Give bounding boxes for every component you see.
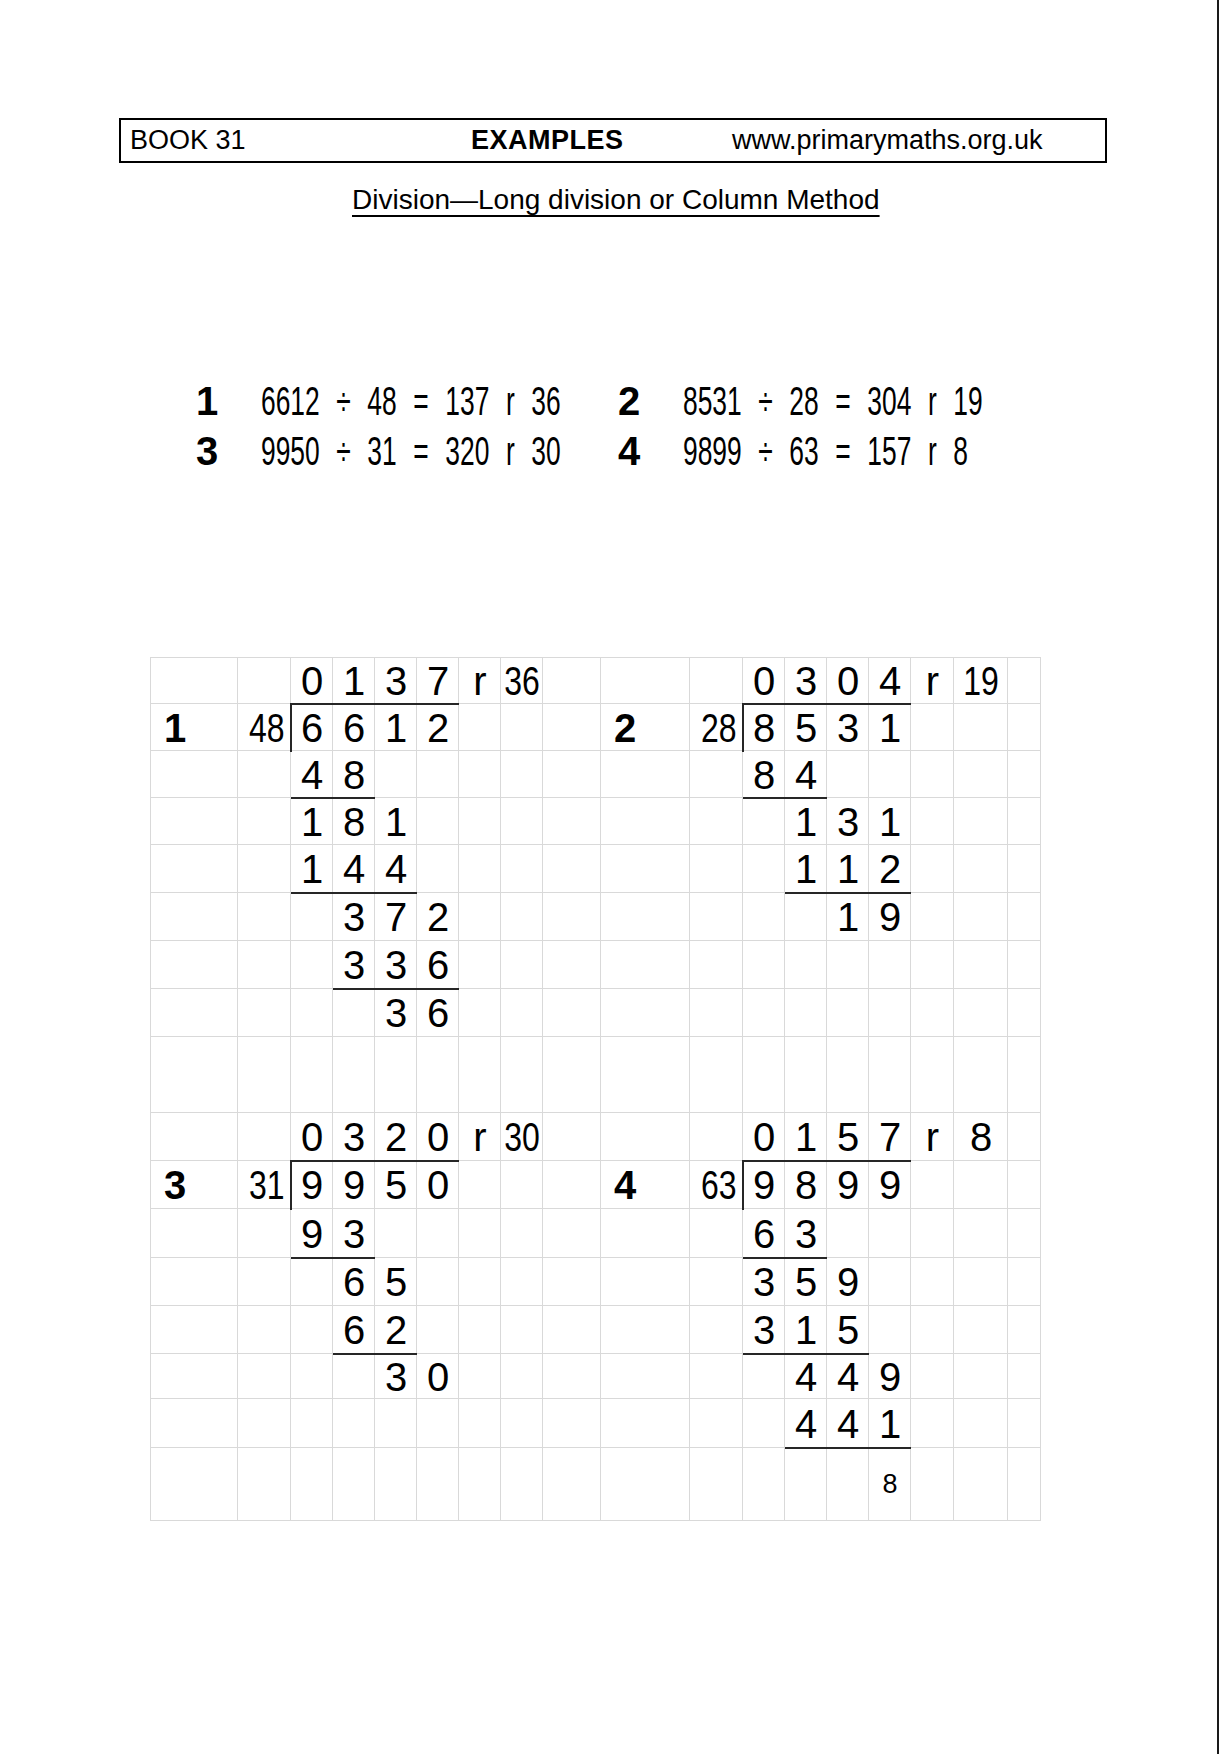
digit-cell: 0 (743, 1113, 785, 1161)
digit-cell: 5 (785, 1258, 827, 1306)
grid-cell (501, 1209, 543, 1258)
grid-cell (459, 704, 501, 751)
division-grid: 0137r360304r1914866122288531488418113114… (150, 657, 1041, 1521)
digit-cell: 0 (417, 1354, 459, 1399)
problem-list-row-2: 3 9950 ÷ 31 = 320 r 30 4 9899 ÷ 63 = 157… (0, 431, 1226, 471)
grid-cell (543, 1209, 601, 1258)
grid-cell (543, 1161, 601, 1209)
digit-cell: 0 (291, 658, 333, 704)
grid-cell (954, 1306, 1008, 1354)
digit-cell: r (459, 658, 501, 704)
grid-cell (333, 1037, 375, 1113)
grid-cell (911, 1037, 954, 1113)
grid-cell (501, 1399, 543, 1448)
digit-cell: 3 (785, 1209, 827, 1258)
digit-cell: 3 (375, 989, 417, 1037)
grid-cell (291, 1258, 333, 1306)
grid-cell (601, 845, 690, 893)
grid-cell (869, 1209, 911, 1258)
digit-cell: 3 (375, 1354, 417, 1399)
digit-cell: 3 (743, 1306, 785, 1354)
grid-cell (601, 1448, 690, 1521)
grid-cell (911, 1399, 954, 1448)
digit-cell: 1 (785, 1306, 827, 1354)
grid-cell (501, 1448, 543, 1521)
grid-cell (954, 751, 1008, 798)
grid-cell (743, 941, 785, 989)
grid-cell (911, 845, 954, 893)
grid-cell (954, 1161, 1008, 1209)
grid-cell (543, 1399, 601, 1448)
digit-cell: 4 (785, 751, 827, 798)
grid-cell (291, 1037, 333, 1113)
grid-cell (151, 1354, 238, 1399)
grid-cell (690, 989, 743, 1037)
digit-cell: 5 (375, 1161, 417, 1209)
grid-cell (601, 941, 690, 989)
digit-cell: r (911, 1113, 954, 1161)
grid-cell (151, 1399, 238, 1448)
grid-cell (238, 1037, 291, 1113)
grid-cell (690, 845, 743, 893)
grid-cell (291, 1448, 333, 1521)
grid-cell (911, 1354, 954, 1399)
grid-cell (543, 989, 601, 1037)
problem-number: 3 (196, 431, 218, 471)
digit-cell: 7 (375, 893, 417, 941)
digit-cell: 1 (869, 798, 911, 845)
problem-number-cell: 4 (601, 1161, 690, 1209)
grid-cell (1008, 1306, 1041, 1354)
digit-cell: 8 (954, 1113, 1008, 1161)
grid-cell (690, 1306, 743, 1354)
grid-cell (785, 1448, 827, 1521)
grid-cell (333, 1354, 375, 1399)
digit-cell: 0 (291, 1113, 333, 1161)
problem-expression: 9899 ÷ 63 = 157 r 8 (683, 431, 968, 471)
grid-cell (1008, 989, 1041, 1037)
digit-cell: 6 (291, 704, 333, 751)
grid-cell (238, 798, 291, 845)
digit-cell: 0 (827, 658, 869, 704)
grid-cell (954, 989, 1008, 1037)
grid-cell (459, 798, 501, 845)
digit-cell: 6 (333, 1306, 375, 1354)
grid-cell (1008, 798, 1041, 845)
grid-cell (1008, 1161, 1041, 1209)
problem-expression: 8531 ÷ 28 = 304 r 19 (683, 381, 983, 421)
digit-cell: 9 (869, 893, 911, 941)
grid-cell (827, 1037, 869, 1113)
grid-cell (501, 751, 543, 798)
grid-cell (375, 1399, 417, 1448)
grid-cell (459, 1399, 501, 1448)
problem-number-cell: 3 (151, 1161, 238, 1209)
grid-cell (501, 1037, 543, 1113)
worksheet-page: { "game": "long division worksheet (colu… (0, 0, 1226, 1754)
grid-cell (1008, 941, 1041, 989)
grid-cell (459, 893, 501, 941)
grid-cell (869, 989, 911, 1037)
grid-cell (869, 941, 911, 989)
examples-label: EXAMPLES (471, 120, 624, 161)
digit-cell: 8 (333, 798, 375, 845)
grid-cell (375, 1448, 417, 1521)
digit-cell: 8 (869, 1448, 911, 1521)
grid-cell (690, 1209, 743, 1258)
grid-cell (501, 845, 543, 893)
grid-cell (291, 989, 333, 1037)
grid-cell (238, 941, 291, 989)
grid-cell (690, 941, 743, 989)
digit-cell: 1 (869, 1399, 911, 1448)
grid-cell (459, 1037, 501, 1113)
grid-cell (151, 941, 238, 989)
grid-cell (501, 941, 543, 989)
digit-cell: 4 (291, 751, 333, 798)
grid-cell (690, 798, 743, 845)
digit-cell: 1 (375, 704, 417, 751)
digit-cell: 0 (743, 658, 785, 704)
grid-cell (151, 893, 238, 941)
grid-cell (459, 1209, 501, 1258)
grid-cell (291, 941, 333, 989)
grid-cell (743, 1399, 785, 1448)
grid-cell (911, 941, 954, 989)
digit-cell: 6 (333, 1258, 375, 1306)
digit-cell: 6 (333, 704, 375, 751)
grid-cell (459, 1258, 501, 1306)
grid-cell (954, 1209, 1008, 1258)
digit-cell: 4 (785, 1354, 827, 1399)
grid-cell (417, 751, 459, 798)
grid-cell (785, 989, 827, 1037)
divisor-cell: 31 (249, 1161, 291, 1209)
grid-cell (601, 1037, 690, 1113)
digit-cell: 1 (827, 893, 869, 941)
digit-cell: 6 (743, 1209, 785, 1258)
grid-cell (459, 941, 501, 989)
grid-cell (151, 658, 238, 704)
grid-cell (690, 658, 743, 704)
book-label: BOOK 31 (130, 120, 246, 161)
digit-cell: 1 (291, 798, 333, 845)
digit-cell: 4 (827, 1354, 869, 1399)
grid-cell (417, 1258, 459, 1306)
grid-cell (911, 989, 954, 1037)
grid-cell (543, 1037, 601, 1113)
grid-cell (601, 1306, 690, 1354)
divisor-cell: 28 (701, 704, 743, 751)
grid-cell (238, 1306, 291, 1354)
grid-cell (1008, 1354, 1041, 1399)
grid-cell (375, 751, 417, 798)
grid-cell (417, 845, 459, 893)
digit-cell: 8 (743, 704, 785, 751)
grid-cell (869, 1258, 911, 1306)
grid-cell (501, 893, 543, 941)
problem-expression: 6612 ÷ 48 = 137 r 36 (261, 381, 561, 421)
grid-cell (238, 1354, 291, 1399)
grid-cell (1008, 1448, 1041, 1521)
digit-cell: 3 (743, 1258, 785, 1306)
grid-cell (911, 893, 954, 941)
digit-cell: 1 (291, 845, 333, 893)
grid-cell (743, 893, 785, 941)
digit-cell: 0 (417, 1113, 459, 1161)
grid-cell (785, 1037, 827, 1113)
grid-cell (459, 989, 501, 1037)
problem-number: 1 (196, 381, 218, 421)
grid-cell (375, 1037, 417, 1113)
grid-cell (501, 704, 543, 751)
grid-cell (601, 798, 690, 845)
grid-cell (238, 845, 291, 893)
digit-cell: 3 (333, 1113, 375, 1161)
grid-cell (911, 751, 954, 798)
grid-cell (543, 1258, 601, 1306)
digit-cell: 9 (869, 1161, 911, 1209)
grid-cell (690, 751, 743, 798)
grid-cell (238, 989, 291, 1037)
grid-cell (459, 1448, 501, 1521)
grid-cell (911, 704, 954, 751)
grid-cell (911, 1258, 954, 1306)
digit-cell: 1 (333, 658, 375, 704)
grid-cell (543, 751, 601, 798)
grid-cell (743, 989, 785, 1037)
grid-cell (690, 1399, 743, 1448)
grid-cell (1008, 1209, 1041, 1258)
grid-cell (543, 658, 601, 704)
digit-cell: 9 (291, 1209, 333, 1258)
grid-cell (333, 1399, 375, 1448)
grid-cell (459, 1354, 501, 1399)
digit-cell: 4 (375, 845, 417, 893)
grid-cell (543, 1354, 601, 1399)
digit-cell: 4 (827, 1399, 869, 1448)
digit-cell: 2 (375, 1306, 417, 1354)
digit-cell: 2 (417, 704, 459, 751)
digit-cell: 1 (785, 1113, 827, 1161)
grid-cell (543, 1448, 601, 1521)
problem-number: 2 (618, 381, 640, 421)
grid-cell (954, 845, 1008, 893)
digit-cell: 3 (375, 941, 417, 989)
digit-cell: r (911, 658, 954, 704)
grid-cell (827, 1209, 869, 1258)
digit-cell: 8 (785, 1161, 827, 1209)
digit-cell: 3 (827, 704, 869, 751)
grid-cell (1008, 1399, 1041, 1448)
grid-cell (501, 989, 543, 1037)
grid-cell (690, 1258, 743, 1306)
digit-cell: 3 (827, 798, 869, 845)
grid-cell (785, 941, 827, 989)
grid-cell (743, 1448, 785, 1521)
grid-cell (238, 751, 291, 798)
grid-cell (543, 845, 601, 893)
grid-cell (333, 989, 375, 1037)
grid-cell (690, 1354, 743, 1399)
divisor-cell: 63 (701, 1161, 743, 1209)
grid-cell (459, 1306, 501, 1354)
grid-cell (291, 893, 333, 941)
grid-cell (601, 1354, 690, 1399)
grid-cell (601, 893, 690, 941)
digit-cell: 9 (827, 1161, 869, 1209)
grid-cell (827, 1448, 869, 1521)
grid-cell (459, 1161, 501, 1209)
header-box: BOOK 31 EXAMPLES www.primarymaths.org.uk (119, 118, 1107, 163)
digit-cell: 9 (743, 1161, 785, 1209)
digit-cell: 3 (785, 658, 827, 704)
digit-cell: 8 (333, 751, 375, 798)
grid-cell (543, 941, 601, 989)
grid-cell (869, 751, 911, 798)
divisor-cell: 48 (249, 704, 291, 751)
grid-cell (417, 1399, 459, 1448)
digit-cell: 6 (417, 941, 459, 989)
digit-cell: 36 (505, 658, 539, 704)
grid-cell (375, 1209, 417, 1258)
grid-cell (1008, 1113, 1041, 1161)
digit-cell: r (459, 1113, 501, 1161)
worksheet-title: Division—Long division or Column Method (352, 184, 880, 216)
grid-cell (601, 1113, 690, 1161)
grid-cell (601, 1399, 690, 1448)
digit-cell: 3 (333, 1209, 375, 1258)
grid-cell (291, 1354, 333, 1399)
grid-cell (459, 845, 501, 893)
grid-cell (743, 1354, 785, 1399)
grid-cell (151, 1448, 238, 1521)
grid-cell (417, 1306, 459, 1354)
grid-cell (238, 1399, 291, 1448)
grid-cell (954, 1448, 1008, 1521)
grid-cell (543, 1306, 601, 1354)
digit-cell: 9 (827, 1258, 869, 1306)
grid-cell (743, 845, 785, 893)
grid-cell (291, 1399, 333, 1448)
grid-cell (238, 1448, 291, 1521)
grid-cell (238, 658, 291, 704)
digit-cell: 1 (785, 798, 827, 845)
grid-cell (151, 1113, 238, 1161)
digit-cell: 2 (417, 893, 459, 941)
grid-cell (1008, 658, 1041, 704)
site-url: www.primarymaths.org.uk (732, 120, 1043, 161)
grid-cell (954, 893, 1008, 941)
problem-number-cell: 2 (601, 704, 690, 751)
digit-cell: 4 (785, 1399, 827, 1448)
grid-cell (417, 1448, 459, 1521)
grid-cell (1008, 751, 1041, 798)
grid-cell (543, 798, 601, 845)
grid-cell (690, 893, 743, 941)
grid-cell (954, 704, 1008, 751)
grid-cell (417, 1037, 459, 1113)
digit-cell: 30 (505, 1113, 539, 1161)
grid-cell (417, 1209, 459, 1258)
grid-cell (543, 893, 601, 941)
digit-cell: 7 (869, 1113, 911, 1161)
grid-cell (543, 1113, 601, 1161)
grid-cell (291, 1306, 333, 1354)
digit-cell: 5 (375, 1258, 417, 1306)
digit-cell: 9 (291, 1161, 333, 1209)
grid-cell (1008, 893, 1041, 941)
grid-cell (911, 798, 954, 845)
grid-cell (543, 704, 601, 751)
problem-list-row-1: 1 6612 ÷ 48 = 137 r 36 2 8531 ÷ 28 = 304… (0, 381, 1226, 421)
digit-cell: 0 (417, 1161, 459, 1209)
grid-cell (911, 1306, 954, 1354)
digit-cell: 1 (869, 704, 911, 751)
digit-cell: 1 (785, 845, 827, 893)
grid-cell (954, 1037, 1008, 1113)
grid-cell (954, 1354, 1008, 1399)
grid-cell (238, 1113, 291, 1161)
grid-cell (601, 989, 690, 1037)
grid-cell (690, 1113, 743, 1161)
digit-cell: 1 (375, 798, 417, 845)
digit-cell: 2 (869, 845, 911, 893)
grid-cell (911, 1161, 954, 1209)
grid-cell (601, 751, 690, 798)
grid-cell (827, 941, 869, 989)
digit-cell: 5 (785, 704, 827, 751)
digit-cell: 2 (375, 1113, 417, 1161)
grid-cell (151, 845, 238, 893)
grid-cell (151, 1258, 238, 1306)
grid-cell (1008, 1037, 1041, 1113)
problem-expression: 9950 ÷ 31 = 320 r 30 (261, 431, 561, 471)
grid-cell (459, 751, 501, 798)
grid-cell (827, 989, 869, 1037)
grid-cell (911, 1209, 954, 1258)
grid-cell (954, 1258, 1008, 1306)
grid-cell (238, 1209, 291, 1258)
grid-cell (501, 798, 543, 845)
digit-cell: 9 (869, 1354, 911, 1399)
grid-cell (151, 798, 238, 845)
problem-number: 4 (618, 431, 640, 471)
grid-cell (238, 1258, 291, 1306)
grid-cell (151, 1306, 238, 1354)
digit-cell: 3 (375, 658, 417, 704)
grid-cell (238, 893, 291, 941)
grid-cell (601, 658, 690, 704)
grid-cell (151, 1209, 238, 1258)
grid-cell (954, 1399, 1008, 1448)
grid-cell (501, 1354, 543, 1399)
digit-cell: 5 (827, 1306, 869, 1354)
grid-cell (151, 751, 238, 798)
grid-cell (690, 1037, 743, 1113)
grid-cell (151, 1037, 238, 1113)
digit-cell: 3 (333, 941, 375, 989)
grid-cell (1008, 704, 1041, 751)
digit-cell: 5 (827, 1113, 869, 1161)
grid-cell (333, 1448, 375, 1521)
grid-cell (954, 798, 1008, 845)
grid-cell (869, 1037, 911, 1113)
grid-cell (417, 798, 459, 845)
digit-cell: 8 (743, 751, 785, 798)
grid-cell (1008, 1258, 1041, 1306)
grid-cell (743, 798, 785, 845)
